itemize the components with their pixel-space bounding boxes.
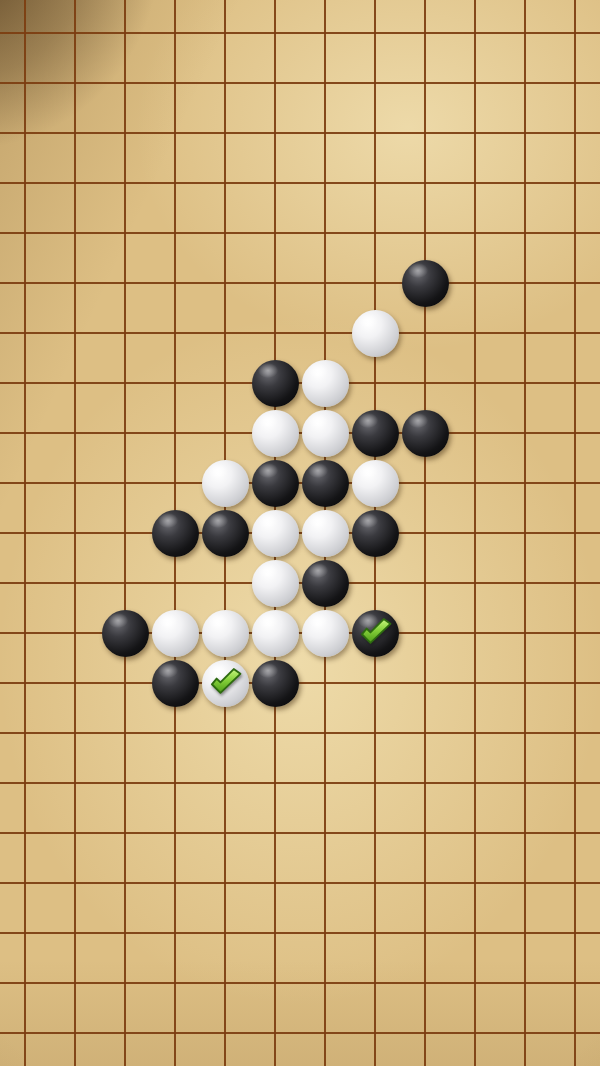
black-stone bbox=[102, 610, 149, 657]
white-stone bbox=[252, 610, 299, 657]
black-stone bbox=[402, 260, 449, 307]
white-stone bbox=[152, 610, 199, 657]
checkmark-icon bbox=[357, 617, 395, 648]
white-stone bbox=[202, 460, 249, 507]
white-stone bbox=[302, 610, 349, 657]
black-stone bbox=[152, 660, 199, 707]
black-stone bbox=[352, 610, 399, 657]
white-stone bbox=[252, 560, 299, 607]
black-stone bbox=[302, 460, 349, 507]
white-stone bbox=[302, 410, 349, 457]
game-screen bbox=[0, 0, 600, 1066]
white-stone bbox=[352, 460, 399, 507]
black-stone bbox=[352, 410, 399, 457]
black-stone bbox=[202, 510, 249, 557]
white-stone bbox=[302, 360, 349, 407]
black-stone bbox=[252, 360, 299, 407]
white-stone bbox=[302, 510, 349, 557]
white-stone bbox=[202, 660, 249, 707]
black-stone bbox=[352, 510, 399, 557]
black-stone bbox=[252, 460, 299, 507]
white-stone bbox=[352, 310, 399, 357]
black-stone bbox=[302, 560, 349, 607]
white-stone bbox=[252, 510, 299, 557]
black-stone bbox=[252, 660, 299, 707]
white-stone bbox=[202, 610, 249, 657]
black-stone bbox=[402, 410, 449, 457]
gomoku-board[interactable] bbox=[0, 0, 600, 1066]
black-stone bbox=[152, 510, 199, 557]
checkmark-icon bbox=[207, 667, 245, 698]
white-stone bbox=[252, 410, 299, 457]
